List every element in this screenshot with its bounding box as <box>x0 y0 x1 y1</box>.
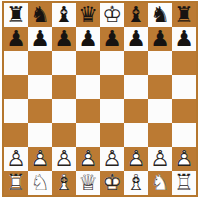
square-d5[interactable] <box>76 75 100 99</box>
square-g2[interactable]: ♟♙ <box>148 147 172 171</box>
square-h6[interactable] <box>172 51 196 75</box>
chess-board: ♜♞♝♛♚♔♝♞♜♟♟♟♟♟♟♟♟♟♙♟♙♟♙♟♙♟♙♟♙♟♙♟♙♜♖♞♘♝♗♛… <box>2 1 198 197</box>
piece-bp-a7: ♟ <box>4 27 28 51</box>
square-c1[interactable]: ♝♗ <box>52 171 76 195</box>
square-a8[interactable]: ♜ <box>4 3 28 27</box>
square-e8[interactable]: ♚♔ <box>100 3 124 27</box>
piece-bp-h7: ♟ <box>172 27 196 51</box>
piece-bp-g7: ♟ <box>148 27 172 51</box>
white-piece-outline-glyph: ♘ <box>28 171 52 195</box>
square-a1[interactable]: ♜♖ <box>4 171 28 195</box>
piece-wp-a2: ♟♙ <box>4 147 28 171</box>
square-d4[interactable] <box>76 99 100 123</box>
square-h1[interactable]: ♜♖ <box>172 171 196 195</box>
white-piece-outline-glyph: ♙ <box>28 147 52 171</box>
square-c5[interactable] <box>52 75 76 99</box>
square-b8[interactable]: ♞ <box>28 3 52 27</box>
piece-bn-g8: ♞ <box>148 3 172 27</box>
square-d1[interactable]: ♛♕ <box>76 171 100 195</box>
piece-wr-a1: ♜♖ <box>4 171 28 195</box>
white-piece-outline-glyph: ♕ <box>76 171 100 195</box>
piece-wb-f1: ♝♗ <box>124 171 148 195</box>
square-a2[interactable]: ♟♙ <box>4 147 28 171</box>
square-c4[interactable] <box>52 99 76 123</box>
square-f5[interactable] <box>124 75 148 99</box>
square-e2[interactable]: ♟♙ <box>100 147 124 171</box>
piece-wk-e8: ♚♔ <box>100 3 124 27</box>
piece-bq-d8: ♛ <box>76 3 100 27</box>
piece-wb-c1: ♝♗ <box>52 171 76 195</box>
piece-wn-b1: ♞♘ <box>28 171 52 195</box>
square-a4[interactable] <box>4 99 28 123</box>
square-e5[interactable] <box>100 75 124 99</box>
piece-wq-d1: ♛♕ <box>76 171 100 195</box>
piece-bp-d7: ♟ <box>76 27 100 51</box>
square-g6[interactable] <box>148 51 172 75</box>
white-piece-outline-glyph: ♘ <box>148 171 172 195</box>
piece-wp-c2: ♟♙ <box>52 147 76 171</box>
piece-bp-c7: ♟ <box>52 27 76 51</box>
piece-wp-d2: ♟♙ <box>76 147 100 171</box>
square-f8[interactable]: ♝ <box>124 3 148 27</box>
square-c6[interactable] <box>52 51 76 75</box>
piece-wp-b2: ♟♙ <box>28 147 52 171</box>
square-d6[interactable] <box>76 51 100 75</box>
black-piece-glyph: ♟ <box>76 27 100 51</box>
piece-bn-b8: ♞ <box>28 3 52 27</box>
square-f3[interactable] <box>124 123 148 147</box>
black-piece-glyph: ♟ <box>172 27 196 51</box>
white-piece-outline-glyph: ♗ <box>52 171 76 195</box>
piece-bp-b7: ♟ <box>28 27 52 51</box>
black-piece-glyph: ♞ <box>28 3 52 27</box>
white-piece-outline-glyph: ♗ <box>124 171 148 195</box>
white-piece-outline-glyph: ♔ <box>100 3 124 27</box>
square-f4[interactable] <box>124 99 148 123</box>
square-f7[interactable]: ♟ <box>124 27 148 51</box>
square-d2[interactable]: ♟♙ <box>76 147 100 171</box>
black-piece-glyph: ♛ <box>76 3 100 27</box>
piece-wp-h2: ♟♙ <box>172 147 196 171</box>
black-piece-glyph: ♝ <box>52 3 76 27</box>
black-piece-glyph: ♟ <box>28 27 52 51</box>
piece-bb-f8: ♝ <box>124 3 148 27</box>
black-piece-glyph: ♝ <box>124 3 148 27</box>
square-h7[interactable]: ♟ <box>172 27 196 51</box>
square-f2[interactable]: ♟♙ <box>124 147 148 171</box>
black-piece-glyph: ♟ <box>148 27 172 51</box>
square-b6[interactable] <box>28 51 52 75</box>
piece-wp-g2: ♟♙ <box>148 147 172 171</box>
square-h3[interactable] <box>172 123 196 147</box>
white-piece-outline-glyph: ♙ <box>148 147 172 171</box>
black-piece-glyph: ♟ <box>100 27 124 51</box>
square-a3[interactable] <box>4 123 28 147</box>
square-a5[interactable] <box>4 75 28 99</box>
square-b3[interactable] <box>28 123 52 147</box>
square-f1[interactable]: ♝♗ <box>124 171 148 195</box>
square-g1[interactable]: ♞♘ <box>148 171 172 195</box>
white-piece-outline-glyph: ♖ <box>4 171 28 195</box>
square-e3[interactable] <box>100 123 124 147</box>
square-g3[interactable] <box>148 123 172 147</box>
square-h8[interactable]: ♜ <box>172 3 196 27</box>
square-h4[interactable] <box>172 99 196 123</box>
white-piece-outline-glyph: ♙ <box>124 147 148 171</box>
piece-br-a8: ♜ <box>4 3 28 27</box>
square-b2[interactable]: ♟♙ <box>28 147 52 171</box>
square-h2[interactable]: ♟♙ <box>172 147 196 171</box>
white-piece-outline-glyph: ♙ <box>52 147 76 171</box>
square-d3[interactable] <box>76 123 100 147</box>
piece-bb-c8: ♝ <box>52 3 76 27</box>
white-piece-outline-glyph: ♔ <box>100 171 124 195</box>
square-e1[interactable]: ♚♔ <box>100 171 124 195</box>
piece-wn-g1: ♞♘ <box>148 171 172 195</box>
square-b4[interactable] <box>28 99 52 123</box>
piece-wp-f2: ♟♙ <box>124 147 148 171</box>
square-d7[interactable]: ♟ <box>76 27 100 51</box>
piece-br-h8: ♜ <box>172 3 196 27</box>
square-c3[interactable] <box>52 123 76 147</box>
square-g5[interactable] <box>148 75 172 99</box>
piece-wk-e1: ♚♔ <box>100 171 124 195</box>
black-piece-glyph: ♜ <box>4 3 28 27</box>
square-c8[interactable]: ♝ <box>52 3 76 27</box>
square-e7[interactable]: ♟ <box>100 27 124 51</box>
white-piece-outline-glyph: ♖ <box>172 171 196 195</box>
black-piece-glyph: ♟ <box>124 27 148 51</box>
square-b5[interactable] <box>28 75 52 99</box>
white-piece-outline-glyph: ♙ <box>4 147 28 171</box>
page-background: ♜♞♝♛♚♔♝♞♜♟♟♟♟♟♟♟♟♟♙♟♙♟♙♟♙♟♙♟♙♟♙♟♙♜♖♞♘♝♗♛… <box>0 0 200 198</box>
piece-bp-e7: ♟ <box>100 27 124 51</box>
white-piece-outline-glyph: ♙ <box>100 147 124 171</box>
square-e6[interactable] <box>100 51 124 75</box>
square-a7[interactable]: ♟ <box>4 27 28 51</box>
piece-wp-e2: ♟♙ <box>100 147 124 171</box>
square-b1[interactable]: ♞♘ <box>28 171 52 195</box>
square-b7[interactable]: ♟ <box>28 27 52 51</box>
black-piece-glyph: ♞ <box>148 3 172 27</box>
black-piece-glyph: ♟ <box>52 27 76 51</box>
square-g8[interactable]: ♞ <box>148 3 172 27</box>
square-g4[interactable] <box>148 99 172 123</box>
square-c2[interactable]: ♟♙ <box>52 147 76 171</box>
white-piece-outline-glyph: ♙ <box>76 147 100 171</box>
square-a6[interactable] <box>4 51 28 75</box>
black-piece-glyph: ♜ <box>172 3 196 27</box>
square-d8[interactable]: ♛ <box>76 3 100 27</box>
square-c7[interactable]: ♟ <box>52 27 76 51</box>
white-piece-outline-glyph: ♙ <box>172 147 196 171</box>
square-f6[interactable] <box>124 51 148 75</box>
black-piece-glyph: ♟ <box>4 27 28 51</box>
square-h5[interactable] <box>172 75 196 99</box>
square-e4[interactable] <box>100 99 124 123</box>
square-g7[interactable]: ♟ <box>148 27 172 51</box>
piece-wr-h1: ♜♖ <box>172 171 196 195</box>
piece-bp-f7: ♟ <box>124 27 148 51</box>
